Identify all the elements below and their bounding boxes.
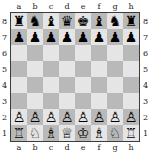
rank-label-1: 1: [0, 125, 9, 141]
piece-black-pawn: ♟: [125, 29, 138, 45]
piece-white-pawn: ♙: [29, 109, 42, 125]
square-a4[interactable]: [11, 77, 27, 93]
square-f6[interactable]: [91, 45, 107, 61]
square-a1[interactable]: ♖: [11, 125, 27, 141]
square-a7[interactable]: ♟: [11, 29, 27, 45]
square-g5[interactable]: [107, 61, 123, 77]
piece-black-pawn: ♟: [93, 29, 106, 45]
rank-label-3: 3: [0, 93, 9, 109]
piece-black-queen: ♛: [61, 13, 74, 29]
square-d3[interactable]: [59, 93, 75, 109]
square-c4[interactable]: [43, 77, 59, 93]
square-h2[interactable]: ♙: [123, 109, 139, 125]
square-g2[interactable]: ♙: [107, 109, 123, 125]
file-label-b: b: [27, 142, 43, 153]
rank-label-2: 2: [0, 109, 9, 125]
file-label-d: d: [59, 1, 75, 12]
piece-black-knight: ♞: [29, 13, 42, 29]
piece-black-bishop: ♝: [45, 13, 58, 29]
square-d5[interactable]: [59, 61, 75, 77]
square-d2[interactable]: ♙: [59, 109, 75, 125]
piece-white-king: ♔: [77, 125, 90, 141]
file-label-h: h: [123, 1, 139, 12]
piece-white-bishop: ♗: [93, 125, 106, 141]
file-label-a: a: [11, 1, 27, 12]
board: ♜♞♝♛♚♝♞♜♟♟♟♟♟♟♟♟♙♙♙♙♙♙♙♙♖♘♗♕♔♗♘♖: [10, 12, 140, 142]
rank-label-4: 4: [0, 77, 9, 93]
piece-white-queen: ♕: [61, 125, 74, 141]
piece-white-pawn: ♙: [45, 109, 58, 125]
rank-label-8: 8: [0, 13, 9, 29]
file-label-h: h: [123, 142, 139, 153]
file-label-g: g: [107, 1, 123, 12]
rank-label-5: 5: [141, 61, 150, 77]
square-b6[interactable]: [27, 45, 43, 61]
square-g3[interactable]: [107, 93, 123, 109]
rank-label-7: 7: [0, 29, 9, 45]
square-e3[interactable]: [75, 93, 91, 109]
piece-black-pawn: ♟: [77, 29, 90, 45]
square-c3[interactable]: [43, 93, 59, 109]
file-label-b: b: [27, 1, 43, 12]
square-a2[interactable]: ♙: [11, 109, 27, 125]
rank-label-7: 7: [141, 29, 150, 45]
square-c5[interactable]: [43, 61, 59, 77]
file-labels-top: abcdefgh: [11, 1, 139, 12]
square-b5[interactable]: [27, 61, 43, 77]
piece-black-bishop: ♝: [93, 13, 106, 29]
square-h1[interactable]: ♖: [123, 125, 139, 141]
square-f4[interactable]: [91, 77, 107, 93]
piece-black-rook: ♜: [13, 13, 26, 29]
piece-white-pawn: ♙: [77, 109, 90, 125]
file-label-f: f: [91, 142, 107, 153]
square-e5[interactable]: [75, 61, 91, 77]
piece-white-rook: ♖: [13, 125, 26, 141]
square-a8[interactable]: ♜: [11, 13, 27, 29]
square-c7[interactable]: ♟: [43, 29, 59, 45]
square-e1[interactable]: ♔: [75, 125, 91, 141]
piece-white-pawn: ♙: [125, 109, 138, 125]
square-f2[interactable]: ♙: [91, 109, 107, 125]
square-d1[interactable]: ♕: [59, 125, 75, 141]
square-c8[interactable]: ♝: [43, 13, 59, 29]
piece-black-pawn: ♟: [13, 29, 26, 45]
piece-white-knight: ♘: [29, 125, 42, 141]
square-e2[interactable]: ♙: [75, 109, 91, 125]
rank-label-1: 1: [141, 125, 150, 141]
file-label-c: c: [43, 142, 59, 153]
square-h5[interactable]: [123, 61, 139, 77]
rank-label-4: 4: [141, 77, 150, 93]
piece-black-pawn: ♟: [45, 29, 58, 45]
square-f5[interactable]: [91, 61, 107, 77]
square-b8[interactable]: ♞: [27, 13, 43, 29]
rank-label-8: 8: [141, 13, 150, 29]
rank-labels-left: 87654321: [0, 13, 9, 141]
file-label-g: g: [107, 142, 123, 153]
square-a3[interactable]: [11, 93, 27, 109]
file-label-e: e: [75, 142, 91, 153]
square-b1[interactable]: ♘: [27, 125, 43, 141]
square-e8[interactable]: ♚: [75, 13, 91, 29]
square-g6[interactable]: [107, 45, 123, 61]
piece-white-knight: ♘: [109, 125, 122, 141]
square-g1[interactable]: ♘: [107, 125, 123, 141]
piece-white-bishop: ♗: [45, 125, 58, 141]
square-b7[interactable]: ♟: [27, 29, 43, 45]
file-label-d: d: [59, 142, 75, 153]
square-d4[interactable]: [59, 77, 75, 93]
square-e7[interactable]: ♟: [75, 29, 91, 45]
square-a5[interactable]: [11, 61, 27, 77]
square-g7[interactable]: ♟: [107, 29, 123, 45]
square-d7[interactable]: ♟: [59, 29, 75, 45]
square-h4[interactable]: [123, 77, 139, 93]
piece-black-knight: ♞: [109, 13, 122, 29]
rank-labels-right: 87654321: [141, 13, 150, 141]
square-f1[interactable]: ♗: [91, 125, 107, 141]
square-f3[interactable]: [91, 93, 107, 109]
file-label-f: f: [91, 1, 107, 12]
square-e6[interactable]: [75, 45, 91, 61]
piece-black-pawn: ♟: [61, 29, 74, 45]
square-h7[interactable]: ♟: [123, 29, 139, 45]
square-h6[interactable]: [123, 45, 139, 61]
square-d8[interactable]: ♛: [59, 13, 75, 29]
square-g4[interactable]: [107, 77, 123, 93]
file-labels-bottom: abcdefgh: [11, 142, 139, 153]
file-label-e: e: [75, 1, 91, 12]
square-f8[interactable]: ♝: [91, 13, 107, 29]
rank-label-3: 3: [141, 93, 150, 109]
rank-label-6: 6: [141, 45, 150, 61]
square-c1[interactable]: ♗: [43, 125, 59, 141]
piece-black-pawn: ♟: [109, 29, 122, 45]
rank-label-6: 6: [0, 45, 9, 61]
chess-diagram: abcdefgh 87654321 ♜♞♝♛♚♝♞♜♟♟♟♟♟♟♟♟♙♙♙♙♙♙…: [0, 0, 150, 153]
piece-white-pawn: ♙: [109, 109, 122, 125]
piece-white-pawn: ♙: [93, 109, 106, 125]
square-h3[interactable]: [123, 93, 139, 109]
piece-white-rook: ♖: [125, 125, 138, 141]
square-b2[interactable]: ♙: [27, 109, 43, 125]
piece-white-pawn: ♙: [61, 109, 74, 125]
square-b3[interactable]: [27, 93, 43, 109]
square-b4[interactable]: [27, 77, 43, 93]
square-c6[interactable]: [43, 45, 59, 61]
square-e4[interactable]: [75, 77, 91, 93]
square-f7[interactable]: ♟: [91, 29, 107, 45]
piece-black-king: ♚: [77, 13, 90, 29]
square-d6[interactable]: [59, 45, 75, 61]
square-g8[interactable]: ♞: [107, 13, 123, 29]
square-h8[interactable]: ♜: [123, 13, 139, 29]
piece-white-pawn: ♙: [13, 109, 26, 125]
piece-black-rook: ♜: [125, 13, 138, 29]
rank-label-5: 5: [0, 61, 9, 77]
square-c2[interactable]: ♙: [43, 109, 59, 125]
file-label-c: c: [43, 1, 59, 12]
square-a6[interactable]: [11, 45, 27, 61]
piece-black-pawn: ♟: [29, 29, 42, 45]
file-label-a: a: [11, 142, 27, 153]
rank-label-2: 2: [141, 109, 150, 125]
